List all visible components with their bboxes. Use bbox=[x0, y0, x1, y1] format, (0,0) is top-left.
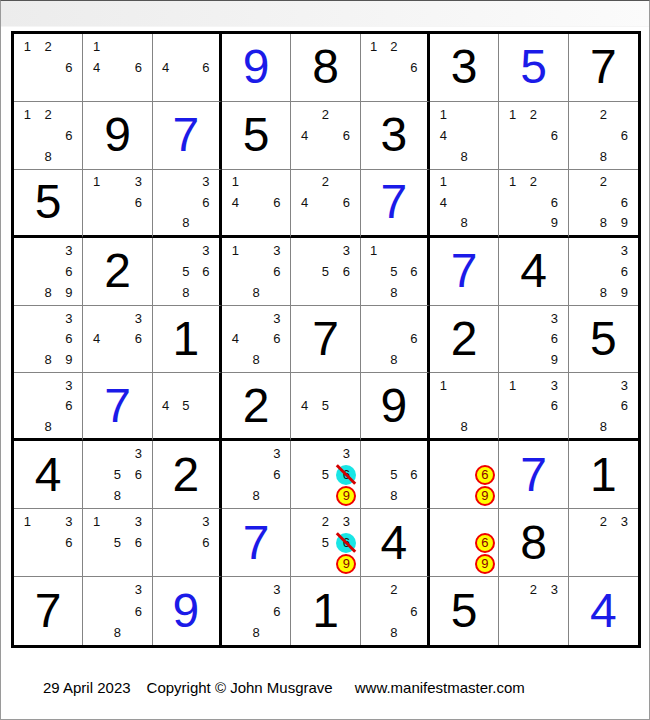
candidate-3: 3 bbox=[196, 172, 216, 192]
cell-r2c9[interactable]: 268 bbox=[569, 102, 638, 170]
candidate-empty bbox=[572, 261, 593, 282]
candidate-empty bbox=[523, 212, 544, 232]
cell-r9c5[interactable]: 1 bbox=[291, 577, 360, 645]
candidate-empty bbox=[315, 485, 336, 506]
candidate-empty bbox=[17, 146, 38, 167]
candidate-grid: 2689 bbox=[569, 170, 638, 235]
candidate-grid: 246 bbox=[291, 170, 359, 235]
candidate-3: 3 bbox=[196, 511, 216, 532]
candidate-empty bbox=[544, 600, 565, 621]
candidate-8: 8 bbox=[38, 416, 59, 436]
candidate-empty bbox=[267, 622, 288, 643]
cell-r2c2[interactable]: 9 bbox=[83, 102, 152, 170]
candidate-empty bbox=[593, 396, 614, 416]
cell-r2c7[interactable]: 148 bbox=[430, 102, 499, 170]
candidate-4: 4 bbox=[225, 192, 246, 212]
cell-r9c6[interactable]: 268 bbox=[361, 577, 430, 645]
cell-r2c6[interactable]: 3 bbox=[361, 102, 430, 170]
footer-date: 29 April 2023 bbox=[43, 679, 131, 696]
candidate-empty bbox=[294, 511, 315, 532]
candidate-2: 2 bbox=[315, 172, 336, 192]
candidate-8: 8 bbox=[454, 146, 475, 167]
candidate-3: 3 bbox=[544, 375, 565, 395]
cell-r9c2[interactable]: 368 bbox=[83, 577, 152, 645]
cell-r1c7[interactable]: 3 bbox=[430, 34, 499, 102]
candidate-empty bbox=[246, 212, 267, 232]
candidate-empty bbox=[404, 282, 424, 303]
cell-r1c3[interactable]: 46 bbox=[153, 34, 222, 102]
candidate-2: 2 bbox=[384, 579, 404, 600]
candidate-empty bbox=[523, 329, 544, 350]
candidate-1: 1 bbox=[86, 36, 107, 57]
candidate-9: 9 bbox=[614, 282, 635, 303]
candidate-grid: 45 bbox=[291, 373, 359, 438]
cell-r6c3[interactable]: 45 bbox=[153, 373, 222, 441]
candidate-empty bbox=[336, 212, 357, 232]
candidate-3: 3 bbox=[267, 308, 288, 329]
cell-r4c3[interactable]: 3568 bbox=[153, 238, 222, 306]
candidate-empty bbox=[156, 78, 176, 99]
cell-r4c9[interactable]: 3689 bbox=[569, 238, 638, 306]
candidate-2: 2 bbox=[593, 172, 614, 192]
candidate-empty bbox=[475, 125, 496, 146]
cell-r2c5[interactable]: 246 bbox=[291, 102, 360, 170]
candidate-6: 6 bbox=[544, 329, 565, 350]
solved-digit: 4 bbox=[569, 577, 638, 645]
cell-r2c4[interactable]: 5 bbox=[222, 102, 291, 170]
candidate-empty bbox=[364, 261, 384, 282]
candidate-6: 6 bbox=[336, 261, 357, 282]
candidate-4: 4 bbox=[86, 57, 107, 78]
cell-r8c3[interactable]: 36 bbox=[153, 509, 222, 577]
cell-r1c9[interactable]: 7 bbox=[569, 34, 638, 102]
cell-r4c7[interactable]: 7 bbox=[430, 238, 499, 306]
candidate-6: 6 bbox=[614, 125, 635, 146]
candidate-empty bbox=[267, 212, 288, 232]
candidate-6: 6 bbox=[544, 125, 565, 146]
candidate-empty bbox=[364, 308, 384, 329]
candidate-1: 1 bbox=[433, 172, 454, 192]
candidate-empty bbox=[38, 329, 59, 350]
candidate-6: 6 bbox=[59, 329, 80, 350]
candidate-empty bbox=[572, 396, 593, 416]
candidate-8: 8 bbox=[593, 146, 614, 167]
cell-r8c5[interactable]: 23569 bbox=[291, 509, 360, 577]
candidate-empty bbox=[128, 485, 149, 506]
candidate-empty bbox=[364, 78, 384, 99]
cell-r5c6[interactable]: 68 bbox=[361, 306, 430, 374]
cell-r7c2[interactable]: 3568 bbox=[83, 441, 152, 509]
given-digit: 3 bbox=[361, 102, 427, 169]
cell-r9c9[interactable]: 4 bbox=[569, 577, 638, 645]
candidate-2: 2 bbox=[384, 36, 404, 57]
candidate-empty bbox=[315, 212, 336, 232]
candidate-empty bbox=[614, 416, 635, 436]
cell-r7c7[interactable]: 69 bbox=[430, 441, 499, 509]
candidate-empty bbox=[572, 146, 593, 167]
candidate-empty bbox=[128, 349, 149, 370]
candidate-8: 8 bbox=[384, 485, 404, 506]
candidate-empty bbox=[86, 600, 107, 621]
candidate-empty bbox=[17, 261, 38, 282]
given-digit: 9 bbox=[83, 102, 151, 169]
cell-r8c1[interactable]: 136 bbox=[14, 509, 83, 577]
candidate-empty bbox=[404, 308, 424, 329]
candidate-empty bbox=[433, 416, 454, 436]
placed-candidate: 9 bbox=[336, 486, 356, 506]
cell-r6c9[interactable]: 368 bbox=[569, 373, 638, 441]
candidate-grid: 268 bbox=[569, 102, 638, 169]
cell-r4c5[interactable]: 356 bbox=[291, 238, 360, 306]
candidate-grid: 369 bbox=[499, 306, 567, 373]
candidate-3: 3 bbox=[267, 579, 288, 600]
candidate-empty bbox=[107, 579, 128, 600]
candidate-3: 3 bbox=[267, 240, 288, 261]
candidate-empty bbox=[502, 329, 523, 350]
cell-r1c6[interactable]: 126 bbox=[361, 34, 430, 102]
candidate-empty bbox=[523, 192, 544, 212]
candidate-empty bbox=[364, 349, 384, 370]
candidate-empty bbox=[502, 192, 523, 212]
candidate-empty bbox=[454, 396, 475, 416]
candidate-6: 6 bbox=[475, 532, 496, 553]
given-digit: 8 bbox=[291, 34, 359, 101]
cell-r2c3[interactable]: 7 bbox=[153, 102, 222, 170]
candidate-empty bbox=[454, 464, 475, 485]
candidate-grid: 136 bbox=[14, 509, 82, 576]
candidate-empty bbox=[107, 36, 128, 57]
candidate-grid: 568 bbox=[361, 441, 427, 508]
candidate-empty bbox=[107, 212, 128, 232]
candidate-empty bbox=[364, 622, 384, 643]
candidate-empty bbox=[475, 212, 496, 232]
cell-r9c4[interactable]: 368 bbox=[222, 577, 291, 645]
cell-r3c6[interactable]: 7 bbox=[361, 170, 430, 238]
cell-r3c5[interactable]: 246 bbox=[291, 170, 360, 238]
candidate-3: 3 bbox=[336, 443, 357, 464]
cell-r5c4[interactable]: 3468 bbox=[222, 306, 291, 374]
candidate-9: 9 bbox=[614, 212, 635, 232]
candidate-empty bbox=[502, 622, 523, 643]
candidate-empty bbox=[502, 416, 523, 436]
placed-candidate: 9 bbox=[475, 554, 495, 574]
cell-r7c6[interactable]: 568 bbox=[361, 441, 430, 509]
candidate-empty bbox=[315, 553, 336, 574]
candidate-4: 4 bbox=[294, 125, 315, 146]
cell-r8c6[interactable]: 4 bbox=[361, 509, 430, 577]
candidate-empty bbox=[454, 553, 475, 574]
cell-r1c5[interactable]: 8 bbox=[291, 34, 360, 102]
candidate-empty bbox=[17, 78, 38, 99]
cell-r8c8[interactable]: 8 bbox=[499, 509, 568, 577]
candidate-empty bbox=[156, 261, 176, 282]
candidate-grid: 356 bbox=[291, 238, 359, 305]
cell-r6c6[interactable]: 9 bbox=[361, 373, 430, 441]
candidate-empty bbox=[336, 375, 357, 395]
candidate-6: 6 bbox=[404, 57, 424, 78]
candidate-empty bbox=[404, 240, 424, 261]
candidate-6: 6 bbox=[267, 464, 288, 485]
candidate-3: 3 bbox=[544, 579, 565, 600]
given-digit: 5 bbox=[222, 102, 290, 169]
cell-r3c9[interactable]: 2689 bbox=[569, 170, 638, 238]
cell-r1c2[interactable]: 146 bbox=[83, 34, 152, 102]
candidate-6: 6 bbox=[404, 261, 424, 282]
given-digit: 3 bbox=[430, 34, 498, 101]
cell-r9c8[interactable]: 23 bbox=[499, 577, 568, 645]
candidate-empty bbox=[593, 375, 614, 395]
candidate-empty bbox=[572, 172, 593, 192]
candidate-9: 9 bbox=[544, 349, 565, 370]
placed-candidate: 9 bbox=[475, 486, 495, 506]
candidate-empty bbox=[523, 146, 544, 167]
cell-r6c5[interactable]: 45 bbox=[291, 373, 360, 441]
candidate-empty bbox=[156, 240, 176, 261]
app-window: 1261464698126357126897524631481262685136… bbox=[0, 0, 650, 720]
candidate-3: 3 bbox=[267, 443, 288, 464]
cell-r8c7[interactable]: 69 bbox=[430, 509, 499, 577]
cell-r5c7[interactable]: 2 bbox=[430, 306, 499, 374]
cell-r3c7[interactable]: 148 bbox=[430, 170, 499, 238]
candidate-empty bbox=[336, 416, 357, 436]
candidate-empty bbox=[294, 104, 315, 125]
cell-r5c9[interactable]: 5 bbox=[569, 306, 638, 374]
candidate-empty bbox=[86, 553, 107, 574]
candidate-3: 3 bbox=[614, 511, 635, 532]
candidate-8: 8 bbox=[246, 485, 267, 506]
solved-digit: 7 bbox=[222, 509, 290, 576]
cell-r7c9[interactable]: 1 bbox=[569, 441, 638, 509]
candidate-6: 6 bbox=[128, 57, 149, 78]
candidate-1: 1 bbox=[502, 375, 523, 395]
cell-r1c8[interactable]: 5 bbox=[499, 34, 568, 102]
cell-r1c1[interactable]: 126 bbox=[14, 34, 83, 102]
cell-r4c1[interactable]: 3689 bbox=[14, 238, 83, 306]
candidate-grid: 23 bbox=[569, 509, 638, 576]
candidate-empty bbox=[176, 192, 196, 212]
candidate-grid: 69 bbox=[430, 509, 498, 576]
cell-r6c1[interactable]: 368 bbox=[14, 373, 83, 441]
candidate-empty bbox=[433, 532, 454, 553]
candidate-9: 9 bbox=[475, 485, 496, 506]
candidate-empty bbox=[176, 416, 196, 436]
cell-r4c2[interactable]: 2 bbox=[83, 238, 152, 306]
candidate-empty bbox=[176, 532, 196, 553]
candidate-empty bbox=[454, 485, 475, 506]
candidate-grid: 1356 bbox=[83, 509, 151, 576]
candidate-8: 8 bbox=[593, 282, 614, 303]
candidate-empty bbox=[384, 57, 404, 78]
cell-r5c5[interactable]: 7 bbox=[291, 306, 360, 374]
cell-r8c4[interactable]: 7 bbox=[222, 509, 291, 577]
cell-r3c4[interactable]: 146 bbox=[222, 170, 291, 238]
cell-r3c1[interactable]: 5 bbox=[14, 170, 83, 238]
cell-r5c8[interactable]: 369 bbox=[499, 306, 568, 374]
candidate-empty bbox=[475, 192, 496, 212]
candidate-3: 3 bbox=[614, 240, 635, 261]
candidate-empty bbox=[384, 78, 404, 99]
candidate-empty bbox=[267, 485, 288, 506]
cell-r4c8[interactable]: 4 bbox=[499, 238, 568, 306]
cell-r6c2[interactable]: 7 bbox=[83, 373, 152, 441]
candidate-8: 8 bbox=[176, 212, 196, 232]
cell-r7c3[interactable]: 2 bbox=[153, 441, 222, 509]
candidate-empty bbox=[364, 600, 384, 621]
candidate-2: 2 bbox=[593, 104, 614, 125]
cell-r3c8[interactable]: 1269 bbox=[499, 170, 568, 238]
candidate-empty bbox=[267, 349, 288, 370]
candidate-empty bbox=[433, 485, 454, 506]
candidate-empty bbox=[336, 104, 357, 125]
solved-digit: 7 bbox=[499, 441, 567, 508]
candidate-6: 6 bbox=[336, 192, 357, 212]
candidate-4: 4 bbox=[225, 329, 246, 350]
solved-digit: 7 bbox=[430, 238, 498, 305]
candidate-grid: 368 bbox=[222, 577, 290, 645]
candidate-6: 6 bbox=[59, 57, 80, 78]
candidate-9: 9 bbox=[336, 485, 357, 506]
candidate-empty bbox=[404, 579, 424, 600]
cell-r3c3[interactable]: 368 bbox=[153, 170, 222, 238]
cell-r7c8[interactable]: 7 bbox=[499, 441, 568, 509]
candidate-empty bbox=[294, 172, 315, 192]
candidate-8: 8 bbox=[38, 349, 59, 370]
candidate-empty bbox=[336, 172, 357, 192]
candidate-empty bbox=[225, 464, 246, 485]
candidate-empty bbox=[38, 375, 59, 395]
cell-r6c8[interactable]: 136 bbox=[499, 373, 568, 441]
cell-r3c2[interactable]: 136 bbox=[83, 170, 152, 238]
candidate-3: 3 bbox=[336, 511, 357, 532]
candidate-2: 2 bbox=[523, 104, 544, 125]
candidate-empty bbox=[454, 172, 475, 192]
cell-r9c3[interactable]: 9 bbox=[153, 577, 222, 645]
candidate-6: 6 bbox=[336, 532, 357, 553]
given-digit: 1 bbox=[569, 441, 638, 508]
cell-r9c7[interactable]: 5 bbox=[430, 577, 499, 645]
candidate-empty bbox=[433, 212, 454, 232]
candidate-empty bbox=[196, 416, 216, 436]
candidate-grid: 136 bbox=[83, 170, 151, 235]
candidate-empty bbox=[59, 36, 80, 57]
candidate-6: 6 bbox=[544, 192, 565, 212]
candidate-empty bbox=[176, 553, 196, 574]
given-digit: 7 bbox=[569, 34, 638, 101]
candidate-empty bbox=[294, 464, 315, 485]
candidate-empty bbox=[572, 212, 593, 232]
candidate-3: 3 bbox=[128, 443, 149, 464]
cell-r5c3[interactable]: 1 bbox=[153, 306, 222, 374]
candidate-empty bbox=[176, 78, 196, 99]
candidate-empty bbox=[336, 282, 357, 303]
cell-r7c1[interactable]: 4 bbox=[14, 441, 83, 509]
cell-r2c8[interactable]: 126 bbox=[499, 102, 568, 170]
candidate-empty bbox=[572, 375, 593, 395]
candidate-4: 4 bbox=[433, 125, 454, 146]
candidate-empty bbox=[475, 375, 496, 395]
cell-r6c4[interactable]: 2 bbox=[222, 373, 291, 441]
candidate-empty bbox=[294, 282, 315, 303]
candidate-empty bbox=[86, 443, 107, 464]
candidate-empty bbox=[107, 329, 128, 350]
candidate-empty bbox=[17, 416, 38, 436]
candidate-grid: 368 bbox=[153, 170, 219, 235]
candidate-grid: 368 bbox=[222, 441, 290, 508]
footer-copyright: Copyright © John Musgrave bbox=[147, 679, 333, 696]
cell-r7c5[interactable]: 3569 bbox=[291, 441, 360, 509]
candidate-empty bbox=[502, 579, 523, 600]
candidate-grid: 46 bbox=[153, 34, 219, 101]
cell-r5c1[interactable]: 3689 bbox=[14, 306, 83, 374]
candidate-empty bbox=[176, 240, 196, 261]
candidate-empty bbox=[59, 416, 80, 436]
candidate-empty bbox=[86, 622, 107, 643]
candidate-empty bbox=[433, 443, 454, 464]
candidate-empty bbox=[572, 240, 593, 261]
cell-r6c7[interactable]: 18 bbox=[430, 373, 499, 441]
given-digit: 4 bbox=[499, 238, 567, 305]
cell-r4c4[interactable]: 1368 bbox=[222, 238, 291, 306]
candidate-8: 8 bbox=[384, 282, 404, 303]
candidate-empty bbox=[107, 192, 128, 212]
cell-r2c1[interactable]: 1268 bbox=[14, 102, 83, 170]
candidate-empty bbox=[572, 511, 593, 532]
candidate-empty bbox=[572, 532, 593, 553]
given-digit: 8 bbox=[499, 509, 567, 576]
candidate-grid: 23569 bbox=[291, 509, 359, 576]
candidate-grid: 126 bbox=[361, 34, 427, 101]
candidate-empty bbox=[336, 396, 357, 416]
candidate-empty bbox=[523, 600, 544, 621]
given-digit: 2 bbox=[153, 441, 219, 508]
cell-r5c2[interactable]: 346 bbox=[83, 306, 152, 374]
candidate-empty bbox=[38, 57, 59, 78]
candidate-empty bbox=[107, 57, 128, 78]
candidate-6: 6 bbox=[128, 192, 149, 212]
candidate-empty bbox=[225, 261, 246, 282]
cell-r7c4[interactable]: 368 bbox=[222, 441, 291, 509]
candidate-4: 4 bbox=[294, 192, 315, 212]
cell-r1c4[interactable]: 9 bbox=[222, 34, 291, 102]
candidate-3: 3 bbox=[59, 308, 80, 329]
cell-r8c9[interactable]: 23 bbox=[569, 509, 638, 577]
candidate-empty bbox=[454, 104, 475, 125]
candidate-empty bbox=[128, 36, 149, 57]
candidate-empty bbox=[614, 104, 635, 125]
candidate-empty bbox=[523, 375, 544, 395]
cell-r9c1[interactable]: 7 bbox=[14, 577, 83, 645]
candidate-3: 3 bbox=[614, 375, 635, 395]
candidate-empty bbox=[196, 36, 216, 57]
candidate-empty bbox=[475, 104, 496, 125]
candidate-8: 8 bbox=[384, 622, 404, 643]
candidate-empty bbox=[433, 511, 454, 532]
candidate-empty bbox=[523, 308, 544, 329]
candidate-empty bbox=[107, 600, 128, 621]
candidate-empty bbox=[246, 172, 267, 192]
candidate-empty bbox=[475, 416, 496, 436]
candidate-empty bbox=[544, 104, 565, 125]
given-digit: 4 bbox=[14, 441, 82, 508]
candidate-empty bbox=[454, 532, 475, 553]
cell-r8c2[interactable]: 1356 bbox=[83, 509, 152, 577]
given-digit: 4 bbox=[361, 509, 427, 576]
candidate-grid: 368 bbox=[14, 373, 82, 438]
candidate-6: 6 bbox=[544, 396, 565, 416]
cell-r4c6[interactable]: 1568 bbox=[361, 238, 430, 306]
given-digit: 9 bbox=[361, 373, 427, 438]
candidate-empty bbox=[267, 282, 288, 303]
